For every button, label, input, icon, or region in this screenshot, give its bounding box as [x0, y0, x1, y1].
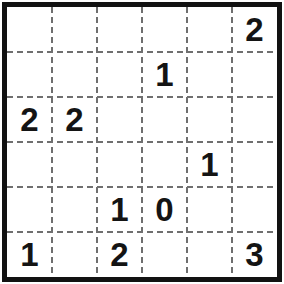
cell-r2-c5[interactable] — [232, 97, 277, 142]
cell-r1-c5[interactable] — [232, 52, 277, 97]
cell-r1-c0[interactable] — [7, 52, 52, 97]
cell-r4-c5[interactable] — [232, 187, 277, 232]
cell-r5-c0[interactable]: 1 — [7, 232, 52, 277]
cell-r2-c3[interactable] — [142, 97, 187, 142]
cell-r2-c0[interactable]: 2 — [7, 97, 52, 142]
cell-r0-c2[interactable] — [97, 7, 142, 52]
cell-r0-c4[interactable] — [187, 7, 232, 52]
cell-r0-c1[interactable] — [52, 7, 97, 52]
cell-r0-c5[interactable]: 2 — [232, 7, 277, 52]
cell-r3-c3[interactable] — [142, 142, 187, 187]
cell-r3-c0[interactable] — [7, 142, 52, 187]
cell-r5-c2[interactable]: 2 — [97, 232, 142, 277]
cell-r1-c4[interactable] — [187, 52, 232, 97]
cell-r5-c4[interactable] — [187, 232, 232, 277]
cell-r4-c1[interactable] — [52, 187, 97, 232]
cell-grid: 2122110123 — [7, 7, 277, 277]
cell-r3-c1[interactable] — [52, 142, 97, 187]
cell-r5-c1[interactable] — [52, 232, 97, 277]
slitherlink-board: 2122110123 — [2, 2, 282, 282]
cell-r2-c1[interactable]: 2 — [52, 97, 97, 142]
cell-r2-c4[interactable] — [187, 97, 232, 142]
cell-r2-c2[interactable] — [97, 97, 142, 142]
cell-r0-c3[interactable] — [142, 7, 187, 52]
cell-r4-c2[interactable]: 1 — [97, 187, 142, 232]
cell-r1-c3[interactable]: 1 — [142, 52, 187, 97]
cell-r0-c0[interactable] — [7, 7, 52, 52]
cell-r4-c4[interactable] — [187, 187, 232, 232]
cell-r4-c0[interactable] — [7, 187, 52, 232]
cell-r1-c2[interactable] — [97, 52, 142, 97]
cell-r4-c3[interactable]: 0 — [142, 187, 187, 232]
cell-r1-c1[interactable] — [52, 52, 97, 97]
cell-r5-c5[interactable]: 3 — [232, 232, 277, 277]
cell-r3-c5[interactable] — [232, 142, 277, 187]
cell-r3-c2[interactable] — [97, 142, 142, 187]
cell-r5-c3[interactable] — [142, 232, 187, 277]
cell-r3-c4[interactable]: 1 — [187, 142, 232, 187]
